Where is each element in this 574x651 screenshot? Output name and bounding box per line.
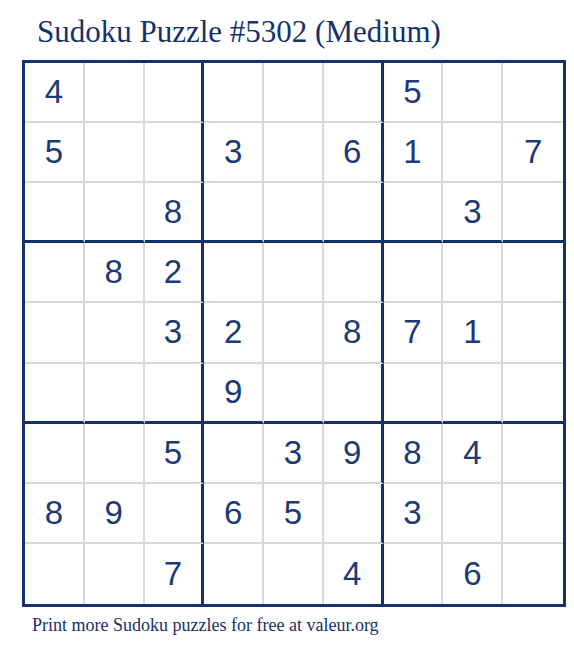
cell-r9c3: 7 [145, 544, 205, 604]
cell-r2c1: 5 [25, 123, 85, 183]
cell-r5c2 [85, 303, 145, 363]
cell-r1c1: 4 [25, 63, 85, 123]
cell-r1c6 [324, 63, 384, 123]
cell-r5c7: 7 [384, 303, 444, 363]
cell-r9c6: 4 [324, 544, 384, 604]
cell-r6c5 [264, 364, 324, 424]
cell-r4c4 [204, 243, 264, 303]
cell-r1c3 [145, 63, 205, 123]
cell-r2c9: 7 [503, 123, 563, 183]
cell-r5c5 [264, 303, 324, 363]
footer-text: Print more Sudoku puzzles for free at va… [32, 613, 379, 637]
cell-r3c5 [264, 183, 324, 243]
sudoku-board: 4 5 5 3 6 1 7 8 3 8 2 3 2 8 7 1 9 5 3 [22, 60, 566, 607]
cell-r4c5 [264, 243, 324, 303]
cell-r4c8 [443, 243, 503, 303]
cell-r2c3 [145, 123, 205, 183]
cell-r1c5 [264, 63, 324, 123]
cell-r9c2 [85, 544, 145, 604]
cell-r4c3: 2 [145, 243, 205, 303]
cell-r8c6 [324, 484, 384, 544]
cell-r7c4 [204, 424, 264, 484]
cell-r8c7: 3 [384, 484, 444, 544]
cell-r2c8 [443, 123, 503, 183]
cell-r9c7 [384, 544, 444, 604]
cell-r7c9 [503, 424, 563, 484]
cell-r7c6: 9 [324, 424, 384, 484]
cell-r2c2 [85, 123, 145, 183]
cell-r1c2 [85, 63, 145, 123]
cell-r2c5 [264, 123, 324, 183]
cell-r3c6 [324, 183, 384, 243]
cell-r5c4: 2 [204, 303, 264, 363]
cell-r3c1 [25, 183, 85, 243]
cell-r9c5 [264, 544, 324, 604]
cell-r6c4: 9 [204, 364, 264, 424]
cell-r7c8: 4 [443, 424, 503, 484]
cell-r7c2 [85, 424, 145, 484]
cell-r8c3 [145, 484, 205, 544]
cell-r3c2 [85, 183, 145, 243]
cell-r7c1 [25, 424, 85, 484]
cell-r4c7 [384, 243, 444, 303]
cell-r6c3 [145, 364, 205, 424]
cell-r6c9 [503, 364, 563, 424]
cell-r9c1 [25, 544, 85, 604]
cell-r8c4: 6 [204, 484, 264, 544]
cell-r6c7 [384, 364, 444, 424]
cell-r3c3: 8 [145, 183, 205, 243]
cell-r6c8 [443, 364, 503, 424]
cell-r8c1: 8 [25, 484, 85, 544]
cell-r7c3: 5 [145, 424, 205, 484]
cell-r3c8: 3 [443, 183, 503, 243]
cell-r3c7 [384, 183, 444, 243]
cell-r1c4 [204, 63, 264, 123]
cell-r2c7: 1 [384, 123, 444, 183]
cell-r6c1 [25, 364, 85, 424]
cell-r8c8 [443, 484, 503, 544]
cell-r4c1 [25, 243, 85, 303]
cell-r7c7: 8 [384, 424, 444, 484]
cell-r4c9 [503, 243, 563, 303]
cell-r7c5: 3 [264, 424, 324, 484]
cell-r5c3: 3 [145, 303, 205, 363]
cell-r9c4 [204, 544, 264, 604]
cell-r1c8 [443, 63, 503, 123]
cell-r3c4 [204, 183, 264, 243]
cell-r1c7: 5 [384, 63, 444, 123]
cell-r3c9 [503, 183, 563, 243]
cell-r5c8: 1 [443, 303, 503, 363]
page-title: Sudoku Puzzle #5302 (Medium) [37, 12, 441, 52]
cell-r1c9 [503, 63, 563, 123]
cell-r8c2: 9 [85, 484, 145, 544]
cell-r2c6: 6 [324, 123, 384, 183]
cell-r6c6 [324, 364, 384, 424]
cell-r9c9 [503, 544, 563, 604]
cell-r5c6: 8 [324, 303, 384, 363]
cell-r9c8: 6 [443, 544, 503, 604]
cell-r4c6 [324, 243, 384, 303]
cell-r8c9 [503, 484, 563, 544]
cell-r6c2 [85, 364, 145, 424]
cell-r5c1 [25, 303, 85, 363]
cell-r8c5: 5 [264, 484, 324, 544]
cell-r4c2: 8 [85, 243, 145, 303]
cell-r2c4: 3 [204, 123, 264, 183]
cell-r5c9 [503, 303, 563, 363]
